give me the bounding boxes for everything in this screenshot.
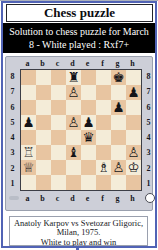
solution-line-2: 8 - White played : Rxf7+ — [3, 38, 155, 51]
white-to-move-icon: ○ — [145, 193, 155, 203]
rank-label-6: 6 — [7, 100, 18, 115]
top-hairline — [0, 0, 158, 1]
square-h6 — [126, 100, 141, 115]
square-f2: ♗ — [96, 160, 111, 175]
piece-bq-e4: ♛ — [81, 130, 96, 145]
square-b6 — [36, 100, 51, 115]
rank-label-4: 4 — [143, 130, 154, 145]
rank-label-5: 5 — [143, 115, 154, 130]
square-c4 — [51, 130, 66, 145]
file-label-a: a — [20, 58, 35, 69]
file-labels: abcdefgh — [20, 193, 140, 204]
file-label-f: f — [95, 58, 110, 69]
square-d3: ♝ — [66, 145, 81, 160]
square-d1 — [66, 175, 81, 190]
square-a5: ♟ — [21, 115, 36, 130]
rank-label-7: 7 — [143, 84, 154, 99]
file-label-e: e — [80, 193, 95, 204]
square-g5 — [111, 115, 126, 130]
square-a4 — [21, 130, 36, 145]
page-title: Chess puzzle — [6, 4, 153, 22]
square-h4 — [126, 130, 141, 145]
square-e3 — [81, 145, 96, 160]
piece-wp-g2: ♙ — [111, 160, 126, 175]
square-e8 — [81, 70, 96, 85]
piece-bp-g6: ♟ — [111, 100, 126, 115]
rank-label-1: 1 — [143, 176, 154, 191]
square-g7 — [111, 85, 126, 100]
piece-wp-d5: ♙ — [66, 115, 81, 130]
game-caption: Anatoly Karpov vs Svetozar Gligoric, Mil… — [9, 216, 148, 246]
square-e4: ♛ — [81, 130, 96, 145]
square-d5: ♙ — [66, 115, 81, 130]
square-a3: ♖ — [21, 145, 36, 160]
square-b3 — [36, 145, 51, 160]
square-c1 — [51, 175, 66, 190]
square-b1 — [36, 175, 51, 190]
square-f6 — [96, 100, 111, 115]
square-e1 — [81, 175, 96, 190]
piece-wq-a2: ♕ — [21, 160, 36, 175]
square-d6 — [66, 100, 81, 115]
rank-label-7: 7 — [7, 84, 18, 99]
square-h8 — [126, 70, 141, 85]
solution-line-1: Solution to chess puzzle for March — [3, 25, 155, 38]
piece-wr-a3: ♖ — [21, 145, 36, 160]
piece-bp-e5: ♟ — [81, 115, 96, 130]
square-c6 — [51, 100, 66, 115]
square-c5 — [51, 115, 66, 130]
square-g3 — [111, 145, 126, 160]
file-label-h: h — [125, 58, 140, 69]
file-label-c: c — [50, 193, 65, 204]
rank-label-2: 2 — [7, 161, 18, 176]
square-c3 — [51, 145, 66, 160]
piece-bb-d3: ♝ — [66, 145, 81, 160]
file-label-b: b — [35, 193, 50, 204]
file-label-c: c — [50, 58, 65, 69]
file-label-e: e — [80, 58, 95, 69]
square-f8 — [96, 70, 111, 85]
square-g4 — [111, 130, 126, 145]
rank-label-1: 1 — [7, 176, 18, 191]
square-a2: ♕ — [21, 160, 36, 175]
square-h1 — [126, 175, 141, 190]
square-c2 — [51, 160, 66, 175]
square-b4 — [36, 130, 51, 145]
board-grid: ♜♚♙♟♟♟♙♟♛♖♝♙♕♗♙♔ — [20, 69, 142, 191]
file-label-a: a — [20, 193, 35, 204]
rank-label-6: 6 — [143, 100, 154, 115]
square-a6 — [21, 100, 36, 115]
divider-tick — [76, 246, 79, 250]
square-e6 — [81, 100, 96, 115]
chess-board-panel: abcdefgh 87654321 ♜♚♙♟♟♟♙♟♛♖♝♙♕♗♙♔ 87654… — [5, 56, 153, 211]
piece-bp-h7: ♟ — [126, 85, 141, 100]
square-b2 — [36, 160, 51, 175]
piece-wp-d7: ♙ — [66, 85, 81, 100]
square-a1 — [21, 175, 36, 190]
watermark — [9, 196, 19, 200]
square-d2 — [66, 160, 81, 175]
rank-labels: 87654321 — [143, 69, 154, 191]
file-label-f: f — [95, 193, 110, 204]
square-b7 — [36, 85, 51, 100]
square-f3 — [96, 145, 111, 160]
piece-bk-g8: ♚ — [111, 70, 126, 85]
file-label-g: g — [110, 58, 125, 69]
file-label-h: h — [125, 193, 140, 204]
square-g1 — [111, 175, 126, 190]
file-label-d: d — [65, 58, 80, 69]
file-labels: abcdefgh — [20, 58, 140, 69]
rank-label-3: 3 — [143, 145, 154, 160]
square-a8 — [21, 70, 36, 85]
square-d8: ♜ — [66, 70, 81, 85]
square-g6: ♟ — [111, 100, 126, 115]
rank-label-3: 3 — [7, 145, 18, 160]
square-d4 — [66, 130, 81, 145]
square-e7 — [81, 85, 96, 100]
square-h7: ♟ — [126, 85, 141, 100]
solution-banner: Solution to chess puzzle for March 8 - W… — [3, 23, 155, 53]
rank-label-8: 8 — [143, 69, 154, 84]
square-c8 — [51, 70, 66, 85]
square-c7 — [51, 85, 66, 100]
square-h3: ♙ — [126, 145, 141, 160]
square-f5 — [96, 115, 111, 130]
square-g2: ♙ — [111, 160, 126, 175]
square-g8: ♚ — [111, 70, 126, 85]
rank-label-2: 2 — [143, 161, 154, 176]
file-label-d: d — [65, 193, 80, 204]
square-e2 — [81, 160, 96, 175]
piece-bp-a5: ♟ — [21, 115, 36, 130]
rank-labels: 87654321 — [7, 69, 18, 191]
square-b5 — [36, 115, 51, 130]
square-b8 — [36, 70, 51, 85]
square-h5 — [126, 115, 141, 130]
rank-label-8: 8 — [7, 69, 18, 84]
rank-label-4: 4 — [7, 130, 18, 145]
square-h2: ♔ — [126, 160, 141, 175]
piece-br-d8: ♜ — [66, 70, 81, 85]
rank-label-5: 5 — [7, 115, 18, 130]
square-d7: ♙ — [66, 85, 81, 100]
square-e5: ♟ — [81, 115, 96, 130]
file-label-b: b — [35, 58, 50, 69]
piece-wp-h3: ♙ — [126, 145, 141, 160]
square-f1 — [96, 175, 111, 190]
file-label-g: g — [110, 193, 125, 204]
square-a7 — [21, 85, 36, 100]
piece-wk-h2: ♔ — [126, 160, 141, 175]
square-f7 — [96, 85, 111, 100]
piece-wb-f2: ♗ — [96, 160, 111, 175]
square-f4 — [96, 130, 111, 145]
